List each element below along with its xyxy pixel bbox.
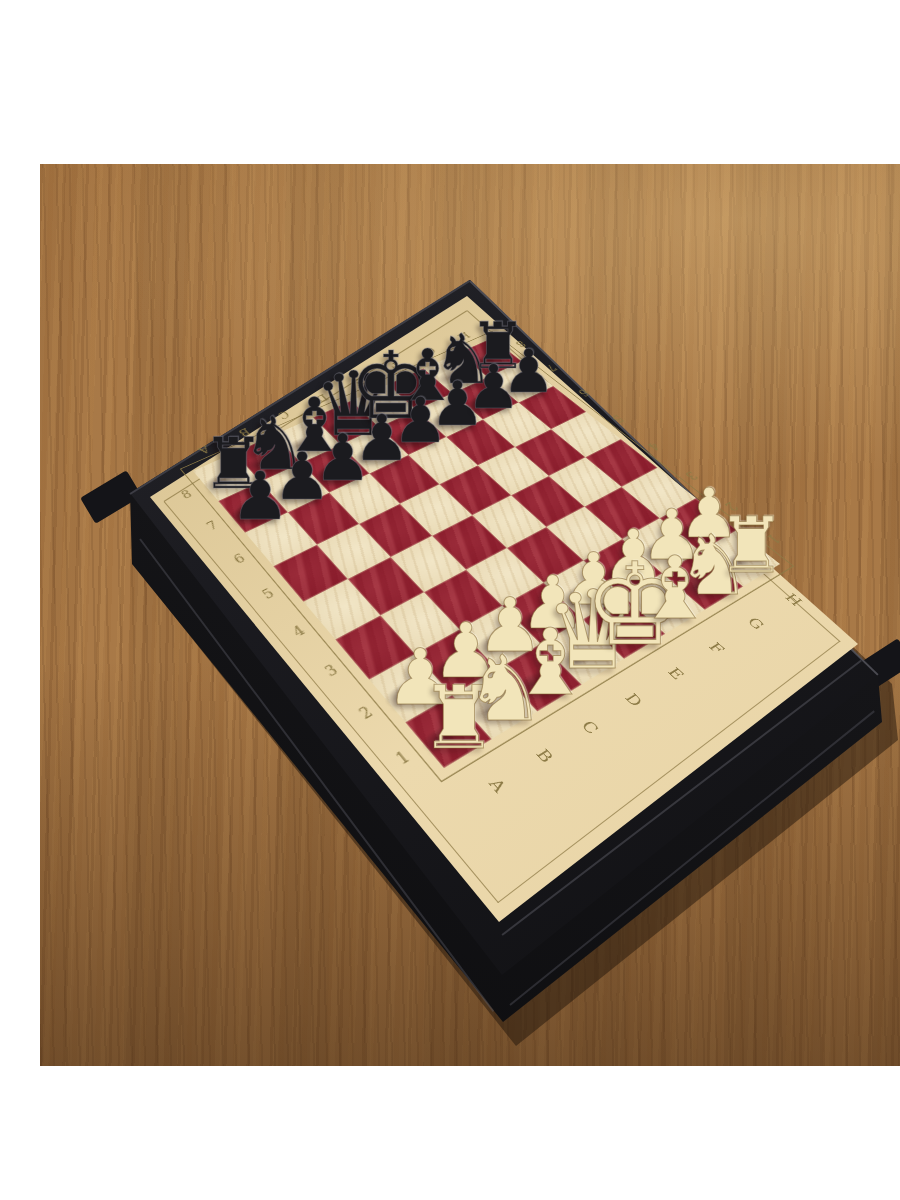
product-photo-chess-set: 8877665544332211AABBCCDDEEFFGGHH ♜♞♝♛♚♝♞… — [40, 16, 900, 1200]
